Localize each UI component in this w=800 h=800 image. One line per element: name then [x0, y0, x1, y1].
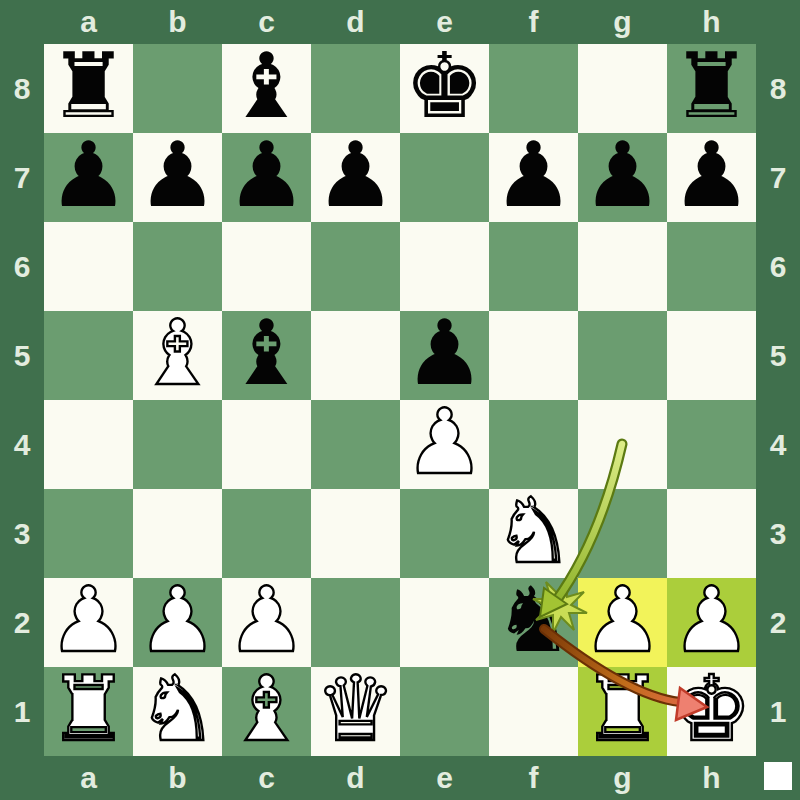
file-label-top-g: g [578, 0, 667, 44]
rank-label-right-1: 1 [756, 667, 800, 756]
square-b6[interactable] [133, 222, 222, 311]
square-d3[interactable] [311, 489, 400, 578]
square-d2[interactable] [311, 578, 400, 667]
piece-white-pawn-a2[interactable]: ♟ [48, 575, 129, 664]
file-label-bottom-d: d [311, 756, 400, 800]
square-f2[interactable]: ♞ [489, 578, 578, 667]
rank-label-right-6: 6 [756, 222, 800, 311]
square-d7[interactable]: ♟ [311, 133, 400, 222]
piece-black-king-e8[interactable]: ♚ [404, 41, 485, 130]
rank-label-left-5: 5 [0, 311, 44, 400]
file-label-bottom-e: e [400, 756, 489, 800]
square-f7[interactable]: ♟ [489, 133, 578, 222]
piece-white-bishop-b5[interactable]: ♝ [137, 308, 218, 397]
piece-black-pawn-f7[interactable]: ♟ [493, 130, 574, 219]
piece-white-pawn-b2[interactable]: ♟ [137, 575, 218, 664]
piece-black-pawn-g7[interactable]: ♟ [582, 130, 663, 219]
square-a5[interactable] [44, 311, 133, 400]
square-f3[interactable]: ♞ [489, 489, 578, 578]
square-g8[interactable] [578, 44, 667, 133]
square-f4[interactable] [489, 400, 578, 489]
rank-label-left-8: 8 [0, 44, 44, 133]
square-c2[interactable]: ♟ [222, 578, 311, 667]
piece-white-pawn-g2[interactable]: ♟ [582, 575, 663, 664]
square-c5[interactable]: ♝ [222, 311, 311, 400]
rank-labels-left: 87654321 [0, 44, 44, 756]
piece-white-knight-b1[interactable]: ♞ [137, 664, 218, 753]
piece-black-knight-f2[interactable]: ♞ [493, 575, 574, 664]
square-a2[interactable]: ♟ [44, 578, 133, 667]
square-h8[interactable]: ♜ [667, 44, 756, 133]
square-c4[interactable] [222, 400, 311, 489]
square-e7[interactable] [400, 133, 489, 222]
file-labels-top: abcdefgh [44, 0, 756, 44]
square-g1[interactable]: ♜ [578, 667, 667, 756]
piece-black-pawn-b7[interactable]: ♟ [137, 130, 218, 219]
piece-black-bishop-c5[interactable]: ♝ [226, 308, 307, 397]
square-f8[interactable] [489, 44, 578, 133]
square-b5[interactable]: ♝ [133, 311, 222, 400]
piece-black-pawn-h7[interactable]: ♟ [671, 130, 752, 219]
square-c8[interactable]: ♝ [222, 44, 311, 133]
piece-white-rook-g1[interactable]: ♜ [582, 664, 663, 753]
square-f5[interactable] [489, 311, 578, 400]
rank-label-right-4: 4 [756, 400, 800, 489]
square-h1[interactable]: ♚ [667, 667, 756, 756]
rank-label-left-4: 4 [0, 400, 44, 489]
file-label-bottom-h: h [667, 756, 756, 800]
square-c3[interactable] [222, 489, 311, 578]
file-label-bottom-a: a [44, 756, 133, 800]
file-label-bottom-g: g [578, 756, 667, 800]
rank-label-left-6: 6 [0, 222, 44, 311]
square-f1[interactable] [489, 667, 578, 756]
file-label-top-b: b [133, 0, 222, 44]
rank-label-right-5: 5 [756, 311, 800, 400]
piece-white-pawn-c2[interactable]: ♟ [226, 575, 307, 664]
square-b7[interactable]: ♟ [133, 133, 222, 222]
square-e4[interactable]: ♟ [400, 400, 489, 489]
square-b2[interactable]: ♟ [133, 578, 222, 667]
piece-white-knight-f3[interactable]: ♞ [493, 486, 574, 575]
rank-label-left-1: 1 [0, 667, 44, 756]
rank-label-left-2: 2 [0, 578, 44, 667]
square-b4[interactable] [133, 400, 222, 489]
square-g7[interactable]: ♟ [578, 133, 667, 222]
chess-board: ♜♝♚♜♟♟♟♟♟♟♟♝♝♟♟♞♟♟♟♞♟♟♜♞♝♛♜♚ [44, 44, 756, 756]
piece-black-pawn-a7[interactable]: ♟ [48, 130, 129, 219]
square-e2[interactable] [400, 578, 489, 667]
piece-white-pawn-e4[interactable]: ♟ [404, 397, 485, 486]
square-a8[interactable]: ♜ [44, 44, 133, 133]
piece-white-rook-a1[interactable]: ♜ [48, 664, 129, 753]
square-h4[interactable] [667, 400, 756, 489]
square-e8[interactable]: ♚ [400, 44, 489, 133]
square-d8[interactable] [311, 44, 400, 133]
file-label-top-f: f [489, 0, 578, 44]
square-b3[interactable] [133, 489, 222, 578]
square-a6[interactable] [44, 222, 133, 311]
file-label-bottom-b: b [133, 756, 222, 800]
piece-white-pawn-h2[interactable]: ♟ [671, 575, 752, 664]
square-c6[interactable] [222, 222, 311, 311]
square-d1[interactable]: ♛ [311, 667, 400, 756]
rank-label-right-3: 3 [756, 489, 800, 578]
square-a4[interactable] [44, 400, 133, 489]
rank-labels-right: 87654321 [756, 44, 800, 756]
square-h7[interactable]: ♟ [667, 133, 756, 222]
piece-white-queen-d1[interactable]: ♛ [315, 664, 396, 753]
square-g3[interactable] [578, 489, 667, 578]
rank-label-right-2: 2 [756, 578, 800, 667]
rank-label-left-3: 3 [0, 489, 44, 578]
piece-black-pawn-c7[interactable]: ♟ [226, 130, 307, 219]
square-e1[interactable] [400, 667, 489, 756]
square-a7[interactable]: ♟ [44, 133, 133, 222]
piece-white-bishop-c1[interactable]: ♝ [226, 664, 307, 753]
square-b8[interactable] [133, 44, 222, 133]
rank-label-right-8: 8 [756, 44, 800, 133]
square-c7[interactable]: ♟ [222, 133, 311, 222]
rank-label-right-7: 7 [756, 133, 800, 222]
piece-white-king-h1[interactable]: ♚ [671, 664, 752, 753]
square-h5[interactable] [667, 311, 756, 400]
piece-black-bishop-c8[interactable]: ♝ [226, 41, 307, 130]
file-labels-bottom: abcdefgh [44, 756, 756, 800]
square-g6[interactable] [578, 222, 667, 311]
square-h3[interactable] [667, 489, 756, 578]
square-a3[interactable] [44, 489, 133, 578]
piece-black-rook-h8[interactable]: ♜ [671, 41, 752, 130]
rank-label-left-7: 7 [0, 133, 44, 222]
square-e5[interactable]: ♟ [400, 311, 489, 400]
file-label-bottom-c: c [222, 756, 311, 800]
file-label-top-d: d [311, 0, 400, 44]
square-h2[interactable]: ♟ [667, 578, 756, 667]
square-d4[interactable] [311, 400, 400, 489]
square-h6[interactable] [667, 222, 756, 311]
square-d6[interactable] [311, 222, 400, 311]
white-to-move-indicator [764, 762, 792, 790]
chessboard-diagram: abcdefgh abcdefgh 87654321 87654321 ♜♝♚♜… [0, 0, 800, 800]
square-b1[interactable]: ♞ [133, 667, 222, 756]
square-a1[interactable]: ♜ [44, 667, 133, 756]
square-d5[interactable] [311, 311, 400, 400]
square-c1[interactable]: ♝ [222, 667, 311, 756]
square-g5[interactable] [578, 311, 667, 400]
square-e6[interactable] [400, 222, 489, 311]
square-g2[interactable]: ♟ [578, 578, 667, 667]
piece-black-pawn-e5[interactable]: ♟ [404, 308, 485, 397]
file-label-bottom-f: f [489, 756, 578, 800]
square-f6[interactable] [489, 222, 578, 311]
piece-black-pawn-d7[interactable]: ♟ [315, 130, 396, 219]
piece-black-rook-a8[interactable]: ♜ [48, 41, 129, 130]
square-e3[interactable] [400, 489, 489, 578]
square-g4[interactable] [578, 400, 667, 489]
